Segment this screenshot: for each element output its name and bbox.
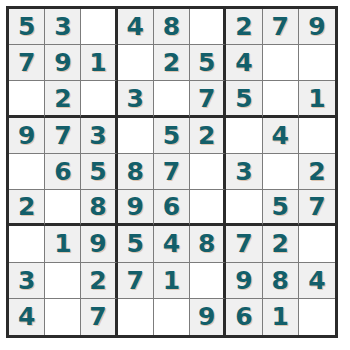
cell-r7c3-given: 9 — [81, 226, 117, 262]
cell-r8c2-empty[interactable] — [45, 263, 81, 299]
cell-r4c7-empty[interactable] — [226, 118, 262, 154]
cell-r3c6-given: 7 — [190, 81, 226, 117]
cell-r7c2-given: 1 — [45, 226, 81, 262]
cell-r9c2-empty[interactable] — [45, 299, 81, 335]
cell-r8c4-given: 7 — [118, 263, 154, 299]
cell-r7c6-given: 8 — [190, 226, 226, 262]
cell-r1c9-given: 9 — [299, 9, 335, 45]
cell-r6c2-empty[interactable] — [45, 190, 81, 226]
cell-r1c7-given: 2 — [226, 9, 262, 45]
cell-r1c5-given: 8 — [154, 9, 190, 45]
cell-r1c2-given: 3 — [45, 9, 81, 45]
cell-r8c5-given: 1 — [154, 263, 190, 299]
cell-r8c9-given: 4 — [299, 263, 335, 299]
cell-r3c3-empty[interactable] — [81, 81, 117, 117]
cell-r5c2-given: 6 — [45, 154, 81, 190]
sudoku-page: 5348279791254237519735246587322896571954… — [0, 0, 350, 350]
cell-r2c9-empty[interactable] — [299, 45, 335, 81]
cell-r4c1-given: 9 — [9, 118, 45, 154]
cell-r1c4-given: 4 — [118, 9, 154, 45]
cell-r5c1-empty[interactable] — [9, 154, 45, 190]
cell-r5c9-given: 2 — [299, 154, 335, 190]
cell-r6c3-given: 8 — [81, 190, 117, 226]
cell-r9c4-empty[interactable] — [118, 299, 154, 335]
cell-r2c1-given: 7 — [9, 45, 45, 81]
cell-r8c7-given: 9 — [226, 263, 262, 299]
cell-r3c9-given: 1 — [299, 81, 335, 117]
cell-r4c8-given: 4 — [263, 118, 299, 154]
cell-r4c5-given: 5 — [154, 118, 190, 154]
cell-r7c7-given: 7 — [226, 226, 262, 262]
cell-r2c3-given: 1 — [81, 45, 117, 81]
cell-r6c4-given: 9 — [118, 190, 154, 226]
cell-r4c2-given: 7 — [45, 118, 81, 154]
cell-r7c9-empty[interactable] — [299, 226, 335, 262]
cell-r6c8-given: 5 — [263, 190, 299, 226]
cell-r2c4-empty[interactable] — [118, 45, 154, 81]
cell-r8c1-given: 3 — [9, 263, 45, 299]
cell-r7c8-given: 2 — [263, 226, 299, 262]
cell-r4c3-given: 3 — [81, 118, 117, 154]
cell-r6c6-empty[interactable] — [190, 190, 226, 226]
cell-r8c3-given: 2 — [81, 263, 117, 299]
cell-r3c5-empty[interactable] — [154, 81, 190, 117]
cell-r7c4-given: 5 — [118, 226, 154, 262]
cell-r9c8-given: 1 — [263, 299, 299, 335]
sudoku-board: 5348279791254237519735246587322896571954… — [6, 6, 338, 338]
cell-r5c3-given: 5 — [81, 154, 117, 190]
cell-r3c4-given: 3 — [118, 81, 154, 117]
cell-r5c8-empty[interactable] — [263, 154, 299, 190]
cell-r1c1-given: 5 — [9, 9, 45, 45]
cell-r5c7-given: 3 — [226, 154, 262, 190]
cell-r1c6-empty[interactable] — [190, 9, 226, 45]
cell-r6c9-given: 7 — [299, 190, 335, 226]
cell-r9c1-given: 4 — [9, 299, 45, 335]
cell-r5c5-given: 7 — [154, 154, 190, 190]
cell-r5c4-given: 8 — [118, 154, 154, 190]
cell-r1c3-empty[interactable] — [81, 9, 117, 45]
cell-r3c2-given: 2 — [45, 81, 81, 117]
cell-r6c1-given: 2 — [9, 190, 45, 226]
cell-r2c5-given: 2 — [154, 45, 190, 81]
cell-r2c7-given: 4 — [226, 45, 262, 81]
cell-r2c2-given: 9 — [45, 45, 81, 81]
cell-r6c7-empty[interactable] — [226, 190, 262, 226]
cell-r9c7-given: 6 — [226, 299, 262, 335]
cell-r6c5-given: 6 — [154, 190, 190, 226]
cell-r1c8-given: 7 — [263, 9, 299, 45]
cell-r5c6-empty[interactable] — [190, 154, 226, 190]
cell-r9c9-empty[interactable] — [299, 299, 335, 335]
cell-r4c4-empty[interactable] — [118, 118, 154, 154]
cell-r7c5-given: 4 — [154, 226, 190, 262]
cell-r9c5-empty[interactable] — [154, 299, 190, 335]
cell-r2c8-empty[interactable] — [263, 45, 299, 81]
cell-r3c7-given: 5 — [226, 81, 262, 117]
cell-r2c6-given: 5 — [190, 45, 226, 81]
cell-r3c8-empty[interactable] — [263, 81, 299, 117]
cell-r9c6-given: 9 — [190, 299, 226, 335]
cell-r7c1-empty[interactable] — [9, 226, 45, 262]
cell-r8c8-given: 8 — [263, 263, 299, 299]
cell-r8c6-empty[interactable] — [190, 263, 226, 299]
cell-r4c6-given: 2 — [190, 118, 226, 154]
cell-r3c1-empty[interactable] — [9, 81, 45, 117]
cell-r9c3-given: 7 — [81, 299, 117, 335]
cell-r4c9-empty[interactable] — [299, 118, 335, 154]
